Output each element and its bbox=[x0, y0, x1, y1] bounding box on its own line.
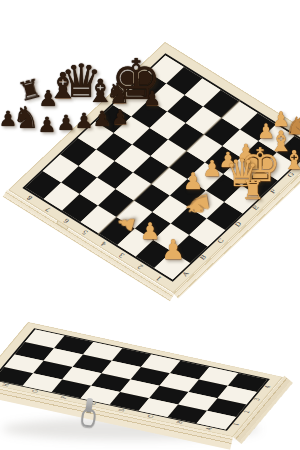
dark-queen-d8: ♛ bbox=[60, 58, 101, 104]
product-photo-chess-set: ABCDEFGH 87654321 ♛♜♝♚♝♞♟♟♟♟♟♟♞♟♟♟♞♟♝♟♟♝… bbox=[0, 0, 300, 450]
dark-pawn-a6: ♟ bbox=[0, 109, 17, 130]
dark-pawn-b7: ♟ bbox=[38, 115, 57, 136]
dark-rook-a8: ♜ bbox=[15, 75, 44, 106]
folded-chess-board: HGFEDCBA 4321 bbox=[0, 322, 283, 437]
clasp-loop bbox=[80, 408, 96, 428]
open-board-grid bbox=[25, 55, 300, 279]
dark-knight-a7: ♞ bbox=[13, 103, 40, 133]
open-chess-board: ABCDEFGH 87654321 bbox=[8, 42, 300, 293]
dark-bishop-c8: ♝ bbox=[47, 68, 79, 104]
dark-pawn-b8: ♟ bbox=[38, 88, 58, 110]
